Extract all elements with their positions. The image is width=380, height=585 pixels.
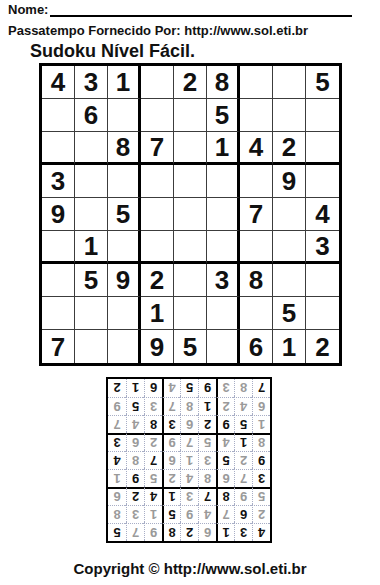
puzzle-cell-r3c1[interactable] [42,132,75,165]
solution-cell-r6c6: 9 [162,433,180,451]
solution-cell-r7c5: 6 [180,415,198,433]
solution-cell-r6c2: 1 [234,433,252,451]
solution-cell-r5c8: 8 [126,451,144,469]
puzzle-cell-r6c8[interactable] [273,231,306,264]
solution-cell-r6c1: 8 [252,433,270,451]
puzzle-cell-r3c8[interactable]: 2 [273,132,306,165]
solution-cell-r4c3: 6 [216,469,234,487]
solution-cell-r9c3: 3 [216,379,234,397]
puzzle-cell-r9c1[interactable]: 7 [42,330,75,363]
puzzle-cell-r2c6[interactable]: 5 [207,99,240,132]
solution-cell-r2c4: 4 [198,505,216,523]
solution-cell-r2c7: 1 [144,505,162,523]
puzzle-cell-r8c9[interactable] [306,297,339,330]
puzzle-cell-r1c4[interactable] [141,66,174,99]
solution-cell-r9c4: 9 [198,379,216,397]
copyright-text: Copyright © http://www.sol.eti.br [0,560,380,577]
solution-cell-r3c4: 7 [198,487,216,505]
puzzle-cell-r2c8[interactable] [273,99,306,132]
puzzle-cell-r9c4[interactable]: 9 [141,330,174,363]
solution-cell-r6c4: 5 [198,433,216,451]
solution-cell-r1c7: 9 [144,523,162,541]
page-title: Sudoku Nível Fácil. [30,41,195,62]
puzzle-cell-r3c9[interactable] [306,132,339,165]
solution-cell-r8c1: 6 [252,397,270,415]
puzzle-cell-r7c9[interactable] [306,264,339,297]
solution-cell-r6c8: 6 [126,433,144,451]
puzzle-cell-r7c5[interactable] [174,264,207,297]
puzzle-cell-r5c9[interactable]: 4 [306,198,339,231]
puzzle-cell-r1c1[interactable]: 4 [42,66,75,99]
puzzle-cell-r6c5[interactable] [174,231,207,264]
solution-cell-r6c5: 7 [180,433,198,451]
solution-cell-r8c4: 1 [198,397,216,415]
solution-cell-r9c5: 5 [180,379,198,397]
puzzle-cell-r8c1[interactable] [42,297,75,330]
solution-cell-r9c2: 8 [234,379,252,397]
puzzle-cell-r5c2[interactable] [75,198,108,231]
puzzle-cell-r3c6[interactable]: 1 [207,132,240,165]
solution-cell-r3c9: 6 [108,487,126,505]
main-sudoku-grid: 4312856587142399574135923815795612 [39,63,342,366]
puzzle-cell-r7c3[interactable]: 9 [108,264,141,297]
puzzle-cell-r4c8[interactable]: 9 [273,165,306,198]
solution-cell-r5c2: 2 [234,451,252,469]
solution-cell-r2c1: 2 [252,505,270,523]
solution-cell-r4c8: 9 [126,469,144,487]
puzzle-cell-r6c9[interactable]: 3 [306,231,339,264]
solution-cell-r7c7: 8 [144,415,162,433]
puzzle-cell-r2c9[interactable] [306,99,339,132]
puzzle-cell-r3c3[interactable]: 8 [108,132,141,165]
solution-cell-r7c3: 9 [216,415,234,433]
solution-grid: 4316289752674951385987314263768425919253… [106,377,272,543]
solution-cell-r5c3: 5 [216,451,234,469]
puzzle-cell-r3c2[interactable] [75,132,108,165]
solution-cell-r4c5: 4 [180,469,198,487]
solution-cell-r1c2: 3 [234,523,252,541]
solution-cell-r4c7: 5 [144,469,162,487]
puzzle-cell-r7c2[interactable]: 5 [75,264,108,297]
solution-cell-r7c9: 7 [108,415,126,433]
puzzle-cell-r2c4[interactable] [141,99,174,132]
solution-cell-r8c6: 7 [162,397,180,415]
puzzle-cell-r5c3[interactable]: 5 [108,198,141,231]
puzzle-cell-r1c7[interactable] [240,66,273,99]
solution-cell-r1c4: 6 [198,523,216,541]
solution-cell-r5c7: 7 [144,451,162,469]
solution-cell-r3c7: 4 [144,487,162,505]
solution-cell-r3c1: 5 [252,487,270,505]
puzzle-cell-r3c7[interactable]: 4 [240,132,273,165]
puzzle-cell-r8c4[interactable]: 1 [141,297,174,330]
solution-cell-r3c8: 2 [126,487,144,505]
puzzle-cell-r1c8[interactable] [273,66,306,99]
puzzle-cell-r7c7[interactable]: 8 [240,264,273,297]
puzzle-cell-r2c7[interactable] [240,99,273,132]
solution-cell-r2c6: 5 [162,505,180,523]
puzzle-cell-r5c7[interactable]: 7 [240,198,273,231]
puzzle-cell-r5c8[interactable] [273,198,306,231]
solution-cell-r5c6: 6 [162,451,180,469]
puzzle-cell-r3c4[interactable]: 7 [141,132,174,165]
name-row: Nome: [8,3,352,17]
provided-by-text: Passatempo Fornecido Por: http://www.sol… [8,23,308,38]
solution-cell-r9c1: 7 [252,379,270,397]
puzzle-cell-r6c3[interactable] [108,231,141,264]
puzzle-cell-r8c6[interactable] [207,297,240,330]
solution-cell-r4c4: 8 [198,469,216,487]
puzzle-cell-r9c7[interactable]: 6 [240,330,273,363]
puzzle-cell-r9c6[interactable] [207,330,240,363]
name-label: Nome: [8,3,48,17]
puzzle-cell-r7c6[interactable]: 3 [207,264,240,297]
puzzle-cell-r7c1[interactable] [42,264,75,297]
solution-cell-r2c2: 6 [234,505,252,523]
puzzle-cell-r9c5[interactable]: 5 [174,330,207,363]
puzzle-cell-r5c5[interactable] [174,198,207,231]
puzzle-cell-r7c4[interactable]: 2 [141,264,174,297]
solution-cell-r4c2: 7 [234,469,252,487]
solution-cell-r7c1: 1 [252,415,270,433]
puzzle-cell-r4c9[interactable] [306,165,339,198]
solution-cell-r9c9: 2 [108,379,126,397]
puzzle-cell-r8c3[interactable] [108,297,141,330]
solution-cell-r6c3: 4 [216,433,234,451]
solution-cell-r5c4: 3 [198,451,216,469]
puzzle-cell-r1c3[interactable]: 1 [108,66,141,99]
solution-cell-r8c2: 4 [234,397,252,415]
solution-cell-r8c5: 8 [180,397,198,415]
puzzle-cell-r5c6[interactable] [207,198,240,231]
puzzle-cell-r1c5[interactable]: 2 [174,66,207,99]
puzzle-cell-r4c1[interactable]: 3 [42,165,75,198]
puzzle-cell-r9c3[interactable] [108,330,141,363]
puzzle-cell-r2c3[interactable] [108,99,141,132]
puzzle-cell-r1c2[interactable]: 3 [75,66,108,99]
solution-cell-r3c6: 1 [162,487,180,505]
puzzle-cell-r9c9[interactable]: 2 [306,330,339,363]
solution-cell-r9c8: 1 [126,379,144,397]
puzzle-cell-r2c1[interactable] [42,99,75,132]
solution-cell-r3c2: 9 [234,487,252,505]
puzzle-cell-r8c2[interactable] [75,297,108,330]
solution-cell-r6c9: 3 [108,433,126,451]
puzzle-cell-r4c2[interactable] [75,165,108,198]
solution-cell-r2c8: 3 [126,505,144,523]
solution-cell-r5c5: 1 [180,451,198,469]
solution-cell-r7c8: 4 [126,415,144,433]
puzzle-cell-r6c1[interactable] [42,231,75,264]
puzzle-cell-r8c8[interactable]: 5 [273,297,306,330]
solution-cell-r8c7: 3 [144,397,162,415]
puzzle-cell-r4c4[interactable] [141,165,174,198]
solution-cell-r2c5: 9 [180,505,198,523]
solution-cell-r8c9: 9 [108,397,126,415]
page-root: Nome: Passatempo Fornecido Por: http://w… [0,0,380,585]
solution-cell-r1c3: 1 [216,523,234,541]
solution-cell-r1c5: 2 [180,523,198,541]
solution-cell-r7c4: 2 [198,415,216,433]
puzzle-cell-r5c4[interactable] [141,198,174,231]
solution-cell-r3c5: 3 [180,487,198,505]
puzzle-cell-r4c5[interactable] [174,165,207,198]
solution-cell-r5c9: 4 [108,451,126,469]
solution-cell-r3c3: 8 [216,487,234,505]
puzzle-cell-r1c9[interactable]: 5 [306,66,339,99]
solution-cell-r1c9: 5 [108,523,126,541]
puzzle-cell-r6c6[interactable] [207,231,240,264]
solution-cell-r1c8: 7 [126,523,144,541]
puzzle-cell-r9c2[interactable] [75,330,108,363]
puzzle-cell-r9c8[interactable]: 1 [273,330,306,363]
solution-cell-r4c1: 3 [252,469,270,487]
solution-cell-r6c7: 2 [144,433,162,451]
puzzle-cell-r8c7[interactable] [240,297,273,330]
solution-cell-r2c9: 8 [108,505,126,523]
solution-cell-r5c1: 9 [252,451,270,469]
solution-cell-r8c3: 2 [216,397,234,415]
puzzle-cell-r4c7[interactable] [240,165,273,198]
puzzle-cell-r5c1[interactable]: 9 [42,198,75,231]
solution-cell-r4c9: 1 [108,469,126,487]
name-blank-line[interactable] [50,3,352,17]
puzzle-cell-r6c2[interactable]: 1 [75,231,108,264]
solution-cell-r1c1: 4 [252,523,270,541]
puzzle-cell-r8c5[interactable] [174,297,207,330]
solution-cell-r2c3: 7 [216,505,234,523]
solution-cell-r9c7: 6 [144,379,162,397]
puzzle-cell-r3c5[interactable] [174,132,207,165]
puzzle-cell-r2c5[interactable] [174,99,207,132]
solution-cell-r8c8: 5 [126,397,144,415]
puzzle-cell-r6c7[interactable] [240,231,273,264]
solution-cell-r1c6: 8 [162,523,180,541]
puzzle-cell-r1c6[interactable]: 8 [207,66,240,99]
solution-cell-r7c6: 3 [162,415,180,433]
puzzle-cell-r6c4[interactable] [141,231,174,264]
puzzle-cell-r4c6[interactable] [207,165,240,198]
puzzle-cell-r2c2[interactable]: 6 [75,99,108,132]
solution-cell-r4c6: 2 [162,469,180,487]
solution-cell-r7c2: 5 [234,415,252,433]
puzzle-cell-r7c8[interactable] [273,264,306,297]
puzzle-cell-r4c3[interactable] [108,165,141,198]
solution-cell-r9c6: 4 [162,379,180,397]
